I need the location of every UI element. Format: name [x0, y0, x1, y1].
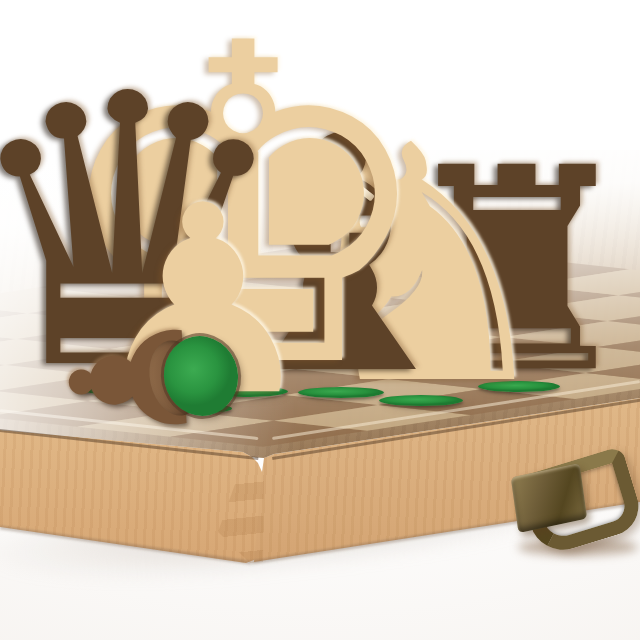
- piece-dark-pawn-fallen[interactable]: ♟: [62, 292, 212, 462]
- clasp-latch[interactable]: [500, 450, 640, 565]
- chess-set-photo: ♜ ♞ ♝ ♚ ♛ ♟ ♟: [0, 0, 640, 640]
